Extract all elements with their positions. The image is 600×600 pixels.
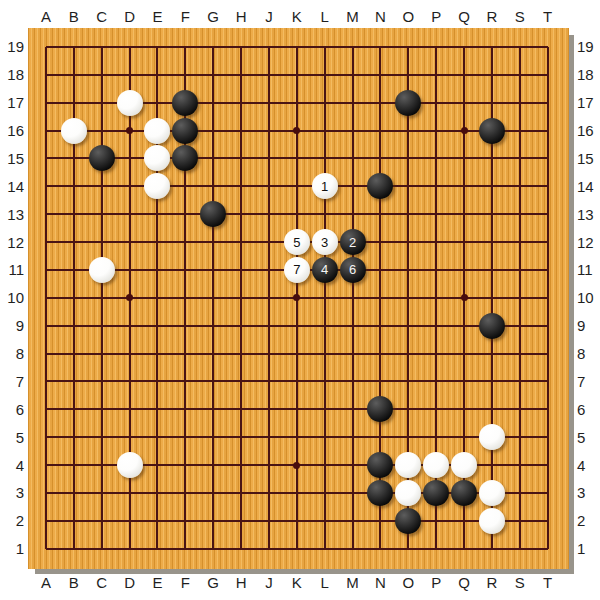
board-intersection[interactable] (255, 172, 283, 200)
board-intersection[interactable] (534, 451, 562, 479)
board-intersection[interactable] (88, 395, 116, 423)
board-intersection[interactable] (422, 368, 450, 396)
board-intersection[interactable] (227, 172, 255, 200)
board-intersection[interactable] (422, 479, 450, 507)
board-intersection[interactable] (283, 145, 311, 173)
board-intersection[interactable] (394, 535, 422, 563)
board-intersection[interactable] (60, 395, 88, 423)
board-intersection[interactable] (199, 451, 227, 479)
board-intersection[interactable] (283, 451, 311, 479)
board-intersection[interactable] (255, 423, 283, 451)
board-intersection[interactable] (88, 200, 116, 228)
board-intersection[interactable] (367, 228, 395, 256)
board-intersection[interactable] (144, 200, 172, 228)
board-intersection[interactable] (199, 423, 227, 451)
board-intersection[interactable] (116, 33, 144, 61)
board-intersection[interactable] (255, 312, 283, 340)
board-intersection[interactable] (422, 256, 450, 284)
board-intersection[interactable] (227, 200, 255, 228)
board-intersection[interactable] (199, 535, 227, 563)
board-intersection[interactable] (283, 61, 311, 89)
board-intersection[interactable] (394, 89, 422, 117)
board-intersection[interactable] (311, 61, 339, 89)
board-intersection[interactable]: 6 (339, 256, 367, 284)
board-intersection[interactable] (88, 89, 116, 117)
board-intersection[interactable] (478, 451, 506, 479)
board-intersection[interactable] (394, 228, 422, 256)
board-intersection[interactable] (227, 479, 255, 507)
board-intersection[interactable] (367, 89, 395, 117)
board-intersection[interactable] (227, 340, 255, 368)
board-intersection[interactable] (339, 451, 367, 479)
board-intersection[interactable] (394, 33, 422, 61)
board-intersection[interactable] (422, 61, 450, 89)
board-intersection[interactable] (311, 312, 339, 340)
board-intersection[interactable]: 2 (339, 228, 367, 256)
board-intersection[interactable] (478, 312, 506, 340)
board-intersection[interactable] (311, 89, 339, 117)
board-intersection[interactable] (171, 423, 199, 451)
board-intersection[interactable] (227, 312, 255, 340)
board-intersection[interactable] (534, 256, 562, 284)
board-intersection[interactable] (283, 507, 311, 535)
board-intersection[interactable] (88, 507, 116, 535)
board-intersection[interactable] (116, 256, 144, 284)
board-intersection[interactable] (394, 507, 422, 535)
board-intersection[interactable] (394, 368, 422, 396)
board-intersection[interactable] (171, 33, 199, 61)
board-intersection[interactable] (339, 479, 367, 507)
board-intersection[interactable] (311, 117, 339, 145)
board-intersection[interactable] (450, 479, 478, 507)
board-intersection[interactable] (506, 172, 534, 200)
board-intersection[interactable] (255, 89, 283, 117)
board-intersection[interactable] (116, 228, 144, 256)
board-intersection[interactable] (534, 423, 562, 451)
board-intersection[interactable] (60, 200, 88, 228)
board-intersection[interactable] (227, 368, 255, 396)
board-intersection[interactable] (339, 312, 367, 340)
board-intersection[interactable] (422, 33, 450, 61)
board-intersection[interactable] (339, 145, 367, 173)
board-intersection[interactable] (171, 340, 199, 368)
board-intersection[interactable] (450, 395, 478, 423)
board-intersection[interactable] (60, 228, 88, 256)
board-intersection[interactable] (255, 117, 283, 145)
board-intersection[interactable] (116, 61, 144, 89)
board-intersection[interactable] (60, 479, 88, 507)
board-intersection[interactable] (422, 228, 450, 256)
board-intersection[interactable] (283, 284, 311, 312)
board-intersection[interactable] (88, 451, 116, 479)
board-intersection[interactable] (60, 451, 88, 479)
board-intersection[interactable] (199, 61, 227, 89)
board-intersection[interactable] (144, 535, 172, 563)
board-intersection[interactable] (422, 507, 450, 535)
board-intersection[interactable] (171, 535, 199, 563)
board-intersection[interactable] (60, 89, 88, 117)
board-intersection[interactable] (199, 33, 227, 61)
board-intersection[interactable] (144, 423, 172, 451)
board-intersection[interactable] (116, 200, 144, 228)
board-intersection[interactable] (394, 423, 422, 451)
board-intersection[interactable] (422, 284, 450, 312)
board-intersection[interactable] (116, 507, 144, 535)
board-intersection[interactable] (171, 228, 199, 256)
board-intersection[interactable]: 4 (311, 256, 339, 284)
board-intersection[interactable] (534, 507, 562, 535)
board-intersection[interactable] (32, 172, 60, 200)
board-intersection[interactable] (394, 451, 422, 479)
board-intersection[interactable] (88, 479, 116, 507)
board-intersection[interactable] (32, 61, 60, 89)
board-intersection[interactable] (506, 507, 534, 535)
board-intersection[interactable] (255, 256, 283, 284)
board-intersection[interactable] (255, 535, 283, 563)
board-intersection[interactable] (339, 340, 367, 368)
board-intersection[interactable] (32, 200, 60, 228)
board-intersection[interactable] (144, 312, 172, 340)
board-intersection[interactable] (311, 451, 339, 479)
board-intersection[interactable] (32, 33, 60, 61)
board-intersection[interactable] (32, 535, 60, 563)
board-intersection[interactable] (534, 368, 562, 396)
board-intersection[interactable] (144, 172, 172, 200)
board-intersection[interactable] (339, 33, 367, 61)
board-intersection[interactable] (283, 535, 311, 563)
board-intersection[interactable] (32, 228, 60, 256)
board-intersection[interactable] (171, 395, 199, 423)
board-intersection[interactable] (506, 284, 534, 312)
board-intersection[interactable] (32, 507, 60, 535)
board-intersection[interactable] (367, 368, 395, 396)
board-intersection[interactable] (32, 395, 60, 423)
board-intersection[interactable] (88, 172, 116, 200)
board-intersection[interactable] (534, 340, 562, 368)
board-intersection[interactable] (32, 368, 60, 396)
board-intersection[interactable] (534, 200, 562, 228)
board-intersection[interactable] (506, 256, 534, 284)
board-intersection[interactable] (478, 117, 506, 145)
board-intersection[interactable] (450, 228, 478, 256)
board-intersection[interactable] (32, 479, 60, 507)
board-intersection[interactable] (32, 340, 60, 368)
board-intersection[interactable] (60, 312, 88, 340)
board-intersection[interactable] (478, 228, 506, 256)
board-intersection[interactable] (144, 395, 172, 423)
board-intersection[interactable] (116, 368, 144, 396)
board-intersection[interactable] (506, 200, 534, 228)
board-intersection[interactable] (227, 423, 255, 451)
board-intersection[interactable] (199, 117, 227, 145)
board-intersection[interactable] (450, 507, 478, 535)
board-intersection[interactable] (199, 368, 227, 396)
board-intersection[interactable] (144, 507, 172, 535)
board-intersection[interactable] (116, 172, 144, 200)
board-intersection[interactable] (255, 451, 283, 479)
board-intersection[interactable] (450, 145, 478, 173)
board-intersection[interactable] (311, 479, 339, 507)
board-intersection[interactable] (339, 172, 367, 200)
board-intersection[interactable] (450, 312, 478, 340)
board-intersection[interactable] (199, 228, 227, 256)
board-intersection[interactable] (367, 256, 395, 284)
board-intersection[interactable] (506, 395, 534, 423)
board-intersection[interactable] (311, 507, 339, 535)
board-intersection[interactable] (506, 312, 534, 340)
board-intersection[interactable] (144, 117, 172, 145)
board-intersection[interactable] (283, 172, 311, 200)
board-intersection[interactable] (367, 451, 395, 479)
board-intersection[interactable] (422, 172, 450, 200)
board-intersection[interactable] (171, 89, 199, 117)
board-intersection[interactable] (367, 33, 395, 61)
board-intersection[interactable] (422, 535, 450, 563)
board-intersection[interactable] (506, 479, 534, 507)
board-intersection[interactable] (199, 395, 227, 423)
board-intersection[interactable] (171, 368, 199, 396)
board-intersection[interactable]: 1 (311, 172, 339, 200)
board-intersection[interactable] (144, 479, 172, 507)
board-intersection[interactable] (450, 284, 478, 312)
board-intersection[interactable] (255, 33, 283, 61)
board-intersection[interactable] (283, 423, 311, 451)
board-intersection[interactable] (506, 33, 534, 61)
board-intersection[interactable] (60, 507, 88, 535)
board-intersection[interactable] (394, 284, 422, 312)
board-intersection[interactable] (367, 395, 395, 423)
board-intersection[interactable] (506, 451, 534, 479)
board-intersection[interactable] (311, 535, 339, 563)
board-intersection[interactable] (255, 145, 283, 173)
board-intersection[interactable] (422, 451, 450, 479)
board-intersection[interactable] (116, 395, 144, 423)
board-intersection[interactable] (311, 423, 339, 451)
board-intersection[interactable] (171, 117, 199, 145)
board-intersection[interactable] (60, 256, 88, 284)
board-intersection[interactable] (534, 312, 562, 340)
board-intersection[interactable] (60, 33, 88, 61)
board-intersection[interactable] (478, 33, 506, 61)
board-intersection[interactable] (116, 284, 144, 312)
board-intersection[interactable] (32, 451, 60, 479)
board-intersection[interactable] (478, 479, 506, 507)
board-intersection[interactable] (422, 145, 450, 173)
board-intersection[interactable] (506, 145, 534, 173)
board-intersection[interactable] (311, 340, 339, 368)
board-intersection[interactable] (367, 479, 395, 507)
board-intersection[interactable] (506, 89, 534, 117)
board-intersection[interactable] (422, 340, 450, 368)
board-intersection[interactable] (534, 172, 562, 200)
board-intersection[interactable] (394, 145, 422, 173)
board-intersection[interactable] (88, 284, 116, 312)
board-intersection[interactable] (478, 89, 506, 117)
board-intersection[interactable] (32, 145, 60, 173)
board-intersection[interactable] (506, 117, 534, 145)
board-intersection[interactable] (227, 61, 255, 89)
board-intersection[interactable] (32, 312, 60, 340)
board-intersection[interactable] (311, 33, 339, 61)
board-intersection[interactable] (394, 200, 422, 228)
board-intersection[interactable] (339, 61, 367, 89)
board-intersection[interactable] (116, 117, 144, 145)
board-intersection[interactable] (478, 284, 506, 312)
board-intersection[interactable] (255, 368, 283, 396)
board-intersection[interactable] (283, 89, 311, 117)
board-intersection[interactable] (478, 395, 506, 423)
board-intersection[interactable] (478, 172, 506, 200)
board-intersection[interactable] (311, 395, 339, 423)
board-intersection[interactable] (367, 284, 395, 312)
board-intersection[interactable] (32, 117, 60, 145)
board-intersection[interactable] (394, 117, 422, 145)
board-intersection[interactable] (534, 479, 562, 507)
board-intersection[interactable] (450, 33, 478, 61)
board-intersection[interactable] (478, 535, 506, 563)
board-intersection[interactable] (60, 172, 88, 200)
board-intersection[interactable] (171, 284, 199, 312)
board-intersection[interactable] (227, 89, 255, 117)
board-intersection[interactable] (450, 451, 478, 479)
board-intersection[interactable] (283, 312, 311, 340)
board-intersection[interactable] (116, 145, 144, 173)
board-intersection[interactable] (422, 200, 450, 228)
board-intersection[interactable] (199, 200, 227, 228)
board-intersection[interactable] (32, 284, 60, 312)
board-intersection[interactable] (394, 479, 422, 507)
board-intersection[interactable] (367, 117, 395, 145)
board-intersection[interactable] (450, 535, 478, 563)
board-intersection[interactable] (60, 535, 88, 563)
board-intersection[interactable] (311, 368, 339, 396)
board-intersection[interactable] (534, 535, 562, 563)
board-intersection[interactable] (227, 395, 255, 423)
board-intersection[interactable] (255, 479, 283, 507)
board-intersection[interactable] (199, 507, 227, 535)
board-intersection[interactable] (534, 89, 562, 117)
board-intersection[interactable] (534, 145, 562, 173)
board-intersection[interactable] (339, 507, 367, 535)
board-intersection[interactable] (199, 312, 227, 340)
board-intersection[interactable] (506, 228, 534, 256)
board-intersection[interactable] (422, 312, 450, 340)
board-intersection[interactable] (283, 368, 311, 396)
board-intersection[interactable] (88, 117, 116, 145)
board-intersection[interactable] (227, 535, 255, 563)
board-intersection[interactable] (311, 284, 339, 312)
board-intersection[interactable] (88, 423, 116, 451)
board-intersection[interactable] (283, 117, 311, 145)
board-intersection[interactable] (339, 395, 367, 423)
board-intersection[interactable] (422, 423, 450, 451)
board-intersection[interactable] (394, 312, 422, 340)
board-intersection[interactable] (478, 340, 506, 368)
board-intersection[interactable] (88, 228, 116, 256)
board-intersection[interactable] (534, 61, 562, 89)
board-intersection[interactable] (450, 340, 478, 368)
board-intersection[interactable] (311, 145, 339, 173)
board-intersection[interactable] (255, 228, 283, 256)
board-intersection[interactable] (144, 340, 172, 368)
board-intersection[interactable] (478, 61, 506, 89)
board-intersection[interactable] (116, 535, 144, 563)
board-intersection[interactable] (227, 284, 255, 312)
board-intersection[interactable] (534, 33, 562, 61)
board-intersection[interactable] (394, 172, 422, 200)
board-intersection[interactable] (171, 312, 199, 340)
board-intersection[interactable] (506, 340, 534, 368)
board-intersection[interactable] (450, 61, 478, 89)
board-intersection[interactable] (450, 200, 478, 228)
board-intersection[interactable] (255, 200, 283, 228)
board-intersection[interactable] (171, 479, 199, 507)
board-intersection[interactable] (88, 312, 116, 340)
board-intersection[interactable] (367, 312, 395, 340)
board-intersection[interactable] (422, 89, 450, 117)
board-intersection[interactable] (283, 200, 311, 228)
board-intersection[interactable] (478, 423, 506, 451)
board-intersection[interactable] (199, 479, 227, 507)
board-intersection[interactable] (60, 340, 88, 368)
board-intersection[interactable] (144, 33, 172, 61)
board-intersection[interactable] (116, 423, 144, 451)
board-intersection[interactable] (478, 256, 506, 284)
board-intersection[interactable] (144, 284, 172, 312)
board-intersection[interactable] (171, 172, 199, 200)
board-intersection[interactable] (116, 479, 144, 507)
board-intersection[interactable] (394, 61, 422, 89)
board-intersection[interactable] (367, 423, 395, 451)
board-intersection[interactable] (339, 368, 367, 396)
board-intersection[interactable] (227, 451, 255, 479)
board-intersection[interactable] (339, 535, 367, 563)
board-intersection[interactable] (88, 61, 116, 89)
board-intersection[interactable] (450, 423, 478, 451)
board-intersection[interactable] (283, 479, 311, 507)
board-intersection[interactable] (227, 228, 255, 256)
board-intersection[interactable] (199, 284, 227, 312)
board-intersection[interactable] (255, 507, 283, 535)
board-intersection[interactable] (171, 451, 199, 479)
board-intersection[interactable] (227, 145, 255, 173)
board-intersection[interactable]: 7 (283, 256, 311, 284)
board-intersection[interactable] (60, 423, 88, 451)
board-intersection[interactable] (199, 89, 227, 117)
board-intersection[interactable] (88, 33, 116, 61)
board-intersection[interactable] (422, 395, 450, 423)
board-intersection[interactable] (339, 89, 367, 117)
board-intersection[interactable] (450, 117, 478, 145)
board-intersection[interactable] (32, 256, 60, 284)
board-intersection[interactable] (88, 256, 116, 284)
board-intersection[interactable] (506, 423, 534, 451)
board-intersection[interactable] (311, 200, 339, 228)
board-intersection[interactable] (32, 423, 60, 451)
board-intersection[interactable] (171, 200, 199, 228)
board-intersection[interactable] (144, 89, 172, 117)
board-intersection[interactable] (339, 117, 367, 145)
board-intersection[interactable] (116, 89, 144, 117)
board-intersection[interactable] (255, 340, 283, 368)
board-intersection[interactable] (255, 284, 283, 312)
board-intersection[interactable] (227, 117, 255, 145)
board-intersection[interactable] (534, 228, 562, 256)
board-intersection[interactable] (367, 172, 395, 200)
board-intersection[interactable] (116, 340, 144, 368)
board-intersection[interactable] (339, 200, 367, 228)
board-intersection[interactable] (199, 172, 227, 200)
